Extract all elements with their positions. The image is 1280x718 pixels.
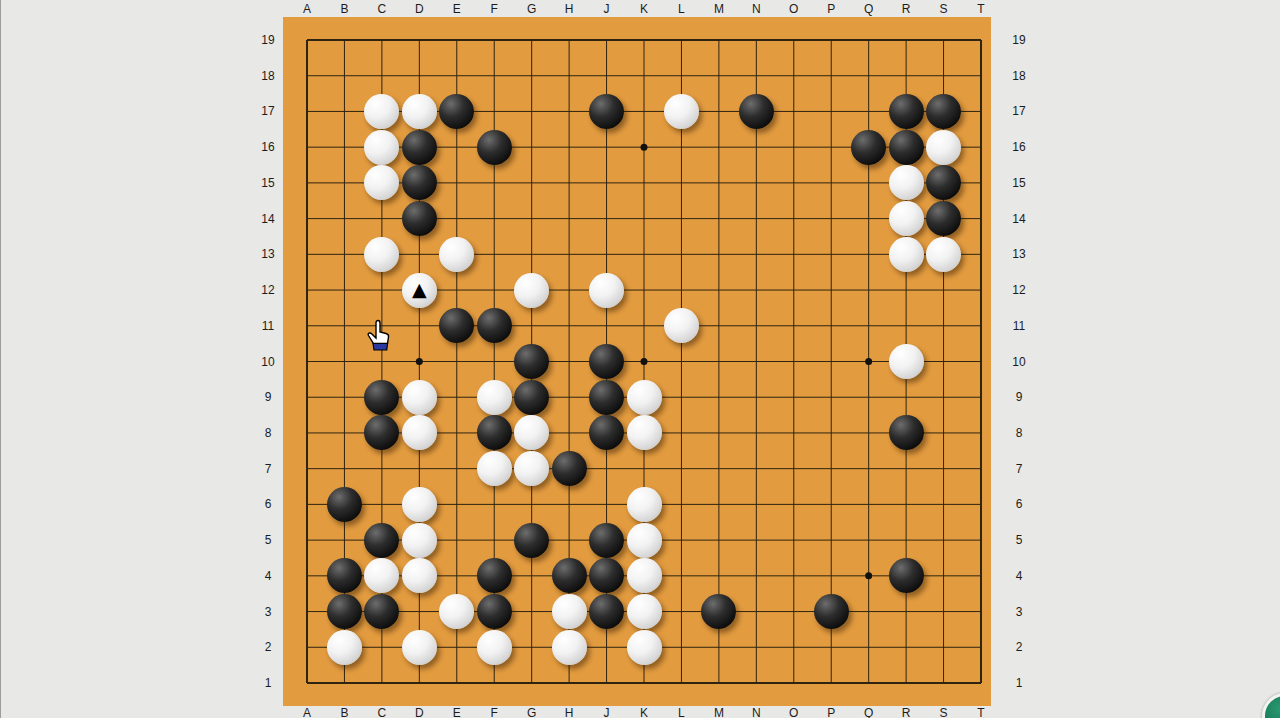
stone-black [552, 558, 587, 593]
stone-white [402, 630, 437, 665]
row-label-left: 4 [265, 569, 272, 583]
stone-black [589, 94, 624, 129]
row-label-right: 6 [1016, 497, 1023, 511]
column-label-top: A [303, 2, 311, 16]
row-label-left: 18 [261, 69, 274, 83]
stone-white [552, 630, 587, 665]
row-label-right: 19 [1012, 33, 1025, 47]
row-label-right: 15 [1012, 176, 1025, 190]
stone-black [402, 130, 437, 165]
stone-black [814, 594, 849, 629]
row-label-right: 14 [1012, 212, 1025, 226]
column-label-bottom: T [977, 706, 984, 718]
stone-black [402, 201, 437, 236]
stone-white [402, 380, 437, 415]
column-label-bottom: F [491, 706, 498, 718]
stone-black [477, 308, 512, 343]
stone-white [889, 344, 924, 379]
column-label-bottom: O [789, 706, 798, 718]
stone-black [589, 523, 624, 558]
row-label-right: 10 [1012, 355, 1025, 369]
stone-white [664, 94, 699, 129]
column-label-bottom: B [340, 706, 348, 718]
column-label-bottom: S [940, 706, 948, 718]
row-label-right: 7 [1016, 462, 1023, 476]
row-label-right: 18 [1012, 69, 1025, 83]
column-label-top: O [789, 2, 798, 16]
stone-white [627, 594, 662, 629]
row-label-left: 11 [262, 319, 274, 333]
stone-black [552, 451, 587, 486]
stone-white [514, 273, 549, 308]
stone-black [589, 380, 624, 415]
stone-white [477, 451, 512, 486]
stone-white [627, 415, 662, 450]
column-label-top: D [415, 2, 424, 16]
column-label-bottom: R [902, 706, 911, 718]
row-label-right: 5 [1016, 533, 1023, 547]
row-label-right: 4 [1016, 569, 1023, 583]
stone-white [926, 237, 961, 272]
row-label-right: 17 [1012, 104, 1025, 118]
row-label-right: 13 [1012, 247, 1025, 261]
column-label-bottom: K [640, 706, 648, 718]
column-label-bottom: H [565, 706, 574, 718]
row-label-right: 11 [1013, 319, 1025, 333]
stone-black [739, 94, 774, 129]
stone-black [477, 558, 512, 593]
row-label-left: 19 [261, 33, 274, 47]
row-label-right: 3 [1016, 605, 1023, 619]
row-label-left: 3 [265, 605, 272, 619]
row-label-left: 2 [265, 640, 272, 654]
column-label-top: R [902, 2, 911, 16]
stone-black [514, 523, 549, 558]
stone-white [889, 165, 924, 200]
row-label-right: 16 [1012, 140, 1025, 154]
row-label-left: 8 [265, 426, 272, 440]
stone-black [439, 94, 474, 129]
stone-white [402, 94, 437, 129]
column-label-bottom: A [303, 706, 311, 718]
stone-black [402, 165, 437, 200]
column-label-bottom: N [752, 706, 761, 718]
row-label-right: 1 [1016, 676, 1023, 690]
stone-black [889, 415, 924, 450]
row-label-left: 17 [261, 104, 274, 118]
stone-black [926, 201, 961, 236]
column-label-top: Q [864, 2, 873, 16]
row-label-left: 12 [261, 283, 274, 297]
stone-black [327, 487, 362, 522]
row-label-right: 2 [1016, 640, 1023, 654]
stone-black [926, 94, 961, 129]
stone-white [552, 594, 587, 629]
stone-black [514, 344, 549, 379]
stone-white [439, 237, 474, 272]
row-label-left: 16 [261, 140, 274, 154]
row-label-left: 7 [265, 462, 272, 476]
stone-black [889, 130, 924, 165]
stone-white [402, 487, 437, 522]
stone-white [477, 380, 512, 415]
stone-black [889, 94, 924, 129]
stone-white [402, 523, 437, 558]
row-label-left: 14 [261, 212, 274, 226]
stone-white [627, 380, 662, 415]
go-app-screen: ▲ AABBCCDDEEFFGGHHJJKKLLMMNNOOPPQQRRSSTT… [0, 0, 1280, 718]
stone-white [889, 201, 924, 236]
column-label-top: E [453, 2, 461, 16]
stone-white [589, 273, 624, 308]
column-label-bottom: J [604, 706, 610, 718]
stone-white [627, 558, 662, 593]
stone-white [627, 487, 662, 522]
row-label-left: 6 [265, 497, 272, 511]
hand-pointer-cursor [364, 319, 392, 353]
column-label-top: K [640, 2, 648, 16]
row-label-right: 12 [1012, 283, 1025, 297]
stone-black [477, 130, 512, 165]
column-label-top: C [378, 2, 387, 16]
column-label-bottom: E [453, 706, 461, 718]
green-badge[interactable] [1262, 693, 1280, 718]
row-label-left: 13 [261, 247, 274, 261]
column-label-bottom: P [827, 706, 835, 718]
stone-white [664, 308, 699, 343]
column-label-bottom: G [527, 706, 536, 718]
stone-black [589, 594, 624, 629]
stone-black [364, 380, 399, 415]
row-label-right: 8 [1016, 426, 1023, 440]
column-label-top: S [940, 2, 948, 16]
column-label-top: G [527, 2, 536, 16]
stone-black [589, 344, 624, 379]
stone-black [889, 558, 924, 593]
stone-white [364, 237, 399, 272]
column-label-bottom: M [714, 706, 724, 718]
stone-black [477, 415, 512, 450]
row-label-left: 5 [265, 533, 272, 547]
column-label-top: N [752, 2, 761, 16]
window-left-edge [0, 0, 1, 718]
column-label-bottom: L [678, 706, 685, 718]
stone-black [327, 594, 362, 629]
stone-white [477, 630, 512, 665]
column-label-top: L [678, 2, 685, 16]
column-label-bottom: Q [864, 706, 873, 718]
row-label-right: 9 [1016, 390, 1023, 404]
stone-white [364, 130, 399, 165]
last-move-triangle-marker: ▲ [412, 280, 427, 299]
stone-white [926, 130, 961, 165]
stone-black [477, 594, 512, 629]
stone-white [402, 558, 437, 593]
column-label-top: B [340, 2, 348, 16]
stone-white [627, 523, 662, 558]
column-label-top: T [977, 2, 984, 16]
column-label-top: M [714, 2, 724, 16]
stone-white [627, 630, 662, 665]
stone-white [889, 237, 924, 272]
column-label-top: P [827, 2, 835, 16]
column-label-bottom: D [415, 706, 424, 718]
column-label-top: F [491, 2, 498, 16]
stone-black [514, 380, 549, 415]
column-label-top: J [604, 2, 610, 16]
column-label-top: H [565, 2, 574, 16]
row-label-left: 1 [265, 676, 272, 690]
row-label-left: 10 [261, 355, 274, 369]
stone-black [364, 523, 399, 558]
row-label-left: 15 [261, 176, 274, 190]
column-label-bottom: C [378, 706, 387, 718]
row-label-left: 9 [265, 390, 272, 404]
stone-white [327, 630, 362, 665]
stone-white-marked: ▲ [402, 273, 437, 308]
stone-black [851, 130, 886, 165]
